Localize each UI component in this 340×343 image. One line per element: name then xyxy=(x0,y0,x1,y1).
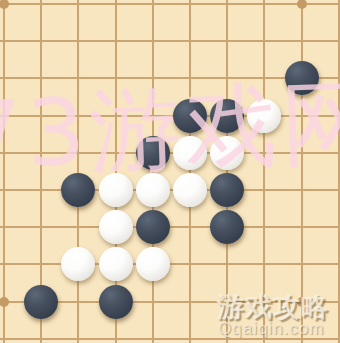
grid-line-horizontal xyxy=(0,3,340,5)
stone-black xyxy=(285,61,319,95)
grid-line-vertical xyxy=(77,0,79,343)
grid-line-vertical xyxy=(3,0,5,343)
stone-white xyxy=(99,210,133,244)
grid-line-vertical xyxy=(189,0,191,343)
grid-line-horizontal xyxy=(0,115,340,117)
grid-line-horizontal xyxy=(0,189,340,191)
grid-line-horizontal xyxy=(0,263,340,265)
grid-line-vertical xyxy=(152,0,154,343)
stone-white xyxy=(247,99,281,133)
stone-white xyxy=(173,136,207,170)
stone-black xyxy=(136,210,170,244)
stone-black xyxy=(173,99,207,133)
stone-black xyxy=(61,173,95,207)
star-point xyxy=(0,0,9,9)
star-point xyxy=(297,0,307,9)
stone-black xyxy=(210,173,244,207)
stone-white xyxy=(61,247,95,281)
stone-white xyxy=(99,247,133,281)
stone-white xyxy=(173,173,207,207)
stone-black xyxy=(99,285,133,319)
stone-white xyxy=(136,173,170,207)
grid-line-horizontal xyxy=(0,40,340,42)
stone-white xyxy=(136,247,170,281)
gomoku-board[interactable]: 73游戏网 游戏攻略 Qqaiqin.com xyxy=(0,0,340,343)
stone-white xyxy=(210,136,244,170)
stone-black xyxy=(210,210,244,244)
watermark-site-url: Qqaiqin.com xyxy=(218,319,324,339)
stone-black xyxy=(136,136,170,170)
grid-line-horizontal xyxy=(0,152,340,154)
stone-black xyxy=(210,99,244,133)
stone-black xyxy=(24,285,58,319)
star-point xyxy=(0,297,9,307)
grid-line-horizontal xyxy=(0,226,340,228)
stone-white xyxy=(99,173,133,207)
grid-line-vertical xyxy=(338,0,340,343)
